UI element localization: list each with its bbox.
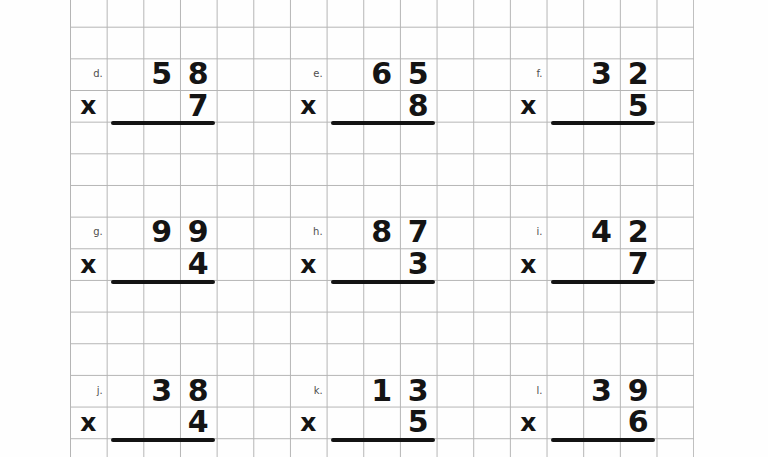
multiplication-problem: l. 3 9 x 6 [510,375,657,443]
empty-cell [143,90,180,122]
multiplier-digit: 8 [400,90,437,122]
multiply-sign: x [70,90,107,122]
multiplier-digit: 6 [620,407,657,439]
multiplication-problem: k. 1 3 x 5 [290,375,437,443]
empty-cell [327,90,364,122]
multiplicand-ones-digit: 8 [180,58,217,90]
multiplicand-tens-digit: 4 [583,217,620,249]
empty-cell [107,375,144,407]
multiplier-digit: 4 [180,248,217,280]
empty-cell [327,248,364,280]
problem-label: i. [510,217,547,249]
problem-label: d. [70,58,107,90]
empty-cell [363,407,400,439]
multiplication-problem: g. 9 9 x 4 [70,217,217,285]
multiplicand-ones-digit: 9 [620,375,657,407]
empty-cell [143,407,180,439]
answer-line [331,121,435,125]
multiply-sign: x [290,248,327,280]
multiply-sign: x [70,248,107,280]
problem-label: h. [290,217,327,249]
multiplier-digit: 5 [400,407,437,439]
multiply-sign: x [290,407,327,439]
empty-cell [547,90,584,122]
answer-line [551,280,655,284]
answer-line [551,121,655,125]
multiplicand-ones-digit: 2 [620,58,657,90]
empty-cell [547,407,584,439]
multiplicand-tens-digit: 6 [363,58,400,90]
multiplication-problem: e. 6 5 x 8 [290,58,437,126]
empty-cell [583,248,620,280]
empty-cell [107,58,144,90]
empty-cell [327,217,364,249]
multiplier-digit: 3 [400,248,437,280]
multiplicand-tens-digit: 8 [363,217,400,249]
problem-label: l. [510,375,547,407]
answer-line [111,280,215,284]
empty-cell [363,90,400,122]
problem-label: e. [290,58,327,90]
multiplicand-tens-digit: 1 [363,375,400,407]
multiplier-digit: 5 [620,90,657,122]
multiplicand-ones-digit: 8 [180,375,217,407]
empty-cell [363,248,400,280]
worksheet-page: d. 5 8 x 7 e. 6 5 x 8 f. 3 2 x 5 g. 9 9 … [0,0,768,457]
answer-line [331,438,435,442]
answer-line [331,280,435,284]
multiplicand-ones-digit: 7 [400,217,437,249]
multiplicand-tens-digit: 5 [143,58,180,90]
multiplicand-tens-digit: 3 [583,58,620,90]
empty-cell [583,90,620,122]
problem-label: f. [510,58,547,90]
multiplication-problem: j. 3 8 x 4 [70,375,217,443]
empty-cell [107,248,144,280]
answer-line [111,438,215,442]
multiplicand-ones-digit: 5 [400,58,437,90]
multiplicand-tens-digit: 3 [143,375,180,407]
multiplication-problem: i. 4 2 x 7 [510,217,657,285]
multiplicand-ones-digit: 3 [400,375,437,407]
multiplication-problem: h. 8 7 x 3 [290,217,437,285]
empty-cell [547,217,584,249]
multiplier-digit: 7 [620,248,657,280]
empty-cell [327,375,364,407]
multiplicand-tens-digit: 3 [583,375,620,407]
empty-cell [547,248,584,280]
problem-label: k. [290,375,327,407]
problem-label: j. [70,375,107,407]
multiplication-problem: f. 3 2 x 5 [510,58,657,126]
empty-cell [583,407,620,439]
empty-cell [143,248,180,280]
multiply-sign: x [290,90,327,122]
empty-cell [107,407,144,439]
answer-line [111,121,215,125]
empty-cell [547,375,584,407]
multiply-sign: x [510,248,547,280]
multiply-sign: x [70,407,107,439]
empty-cell [547,58,584,90]
multiply-sign: x [510,407,547,439]
multiplicand-tens-digit: 9 [143,217,180,249]
multiplicand-ones-digit: 9 [180,217,217,249]
multiplier-digit: 7 [180,90,217,122]
multiply-sign: x [510,90,547,122]
empty-cell [327,58,364,90]
empty-cell [327,407,364,439]
multiplier-digit: 4 [180,407,217,439]
problem-label: g. [70,217,107,249]
multiplication-problem: d. 5 8 x 7 [70,58,217,126]
empty-cell [107,90,144,122]
multiplicand-ones-digit: 2 [620,217,657,249]
answer-line [551,438,655,442]
empty-cell [107,217,144,249]
